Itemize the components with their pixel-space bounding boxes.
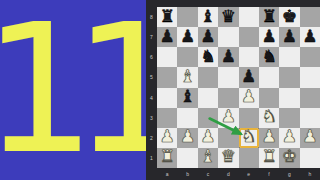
square-c7[interactable]: ♟ [198,27,218,47]
piece-black-pawn-d6[interactable]: ♟ [221,48,236,65]
piece-black-rook-a8[interactable]: ♜ [160,8,175,25]
square-b3[interactable] [177,108,197,128]
file-labels: abcdefgh [157,168,320,180]
square-e1[interactable] [239,148,259,168]
square-g1[interactable]: ♚ [279,148,299,168]
square-h2[interactable]: ♟ [300,128,320,148]
square-g7[interactable]: ♟ [279,27,299,47]
square-h6[interactable] [300,47,320,67]
square-d3[interactable]: ♟ [218,108,238,128]
video-frame: 11 87654321 abcdefgh ♜♝♛♜♚♟♟♟♟♟♟♞♟♞♝♟♝♟♟… [0,0,320,180]
square-g2[interactable]: ♟ [279,128,299,148]
square-f4[interactable] [259,88,279,108]
piece-black-bishop-b4[interactable]: ♝ [180,88,195,105]
square-e5[interactable]: ♟ [239,67,259,87]
rank-label-5: 5 [146,67,157,87]
square-h3[interactable] [300,108,320,128]
piece-black-queen-d8[interactable]: ♛ [221,8,236,25]
square-e3[interactable] [239,108,259,128]
file-label-d: d [218,168,238,180]
piece-white-rook-a1[interactable]: ♜ [160,148,175,165]
piece-white-knight-f3[interactable]: ♞ [261,108,276,125]
square-g5[interactable] [279,67,299,87]
square-c6[interactable]: ♞ [198,47,218,67]
square-b5[interactable]: ♝ [177,67,197,87]
square-d2[interactable] [218,128,238,148]
rank-label-7: 7 [146,27,157,47]
square-b2[interactable]: ♟ [177,128,197,148]
square-b8[interactable] [177,7,197,27]
rank-label-8: 8 [146,7,157,27]
square-a1[interactable]: ♜ [157,148,177,168]
piece-white-knight-e2[interactable]: ♞ [241,128,256,145]
square-g3[interactable] [279,108,299,128]
square-e7[interactable] [239,27,259,47]
piece-black-rook-f8[interactable]: ♜ [261,8,276,25]
piece-black-bishop-c8[interactable]: ♝ [200,8,215,25]
square-f6[interactable]: ♞ [259,47,279,67]
chess-board-frame: 87654321 abcdefgh ♜♝♛♜♚♟♟♟♟♟♟♞♟♞♝♟♝♟♟♞♟♟… [146,0,320,180]
rank-label-2: 2 [146,128,157,148]
rank-label-4: 4 [146,88,157,108]
rank-label-6: 6 [146,47,157,67]
square-c1[interactable]: ♝ [198,148,218,168]
square-c4[interactable] [198,88,218,108]
square-f2[interactable]: ♟ [259,128,279,148]
square-e6[interactable] [239,47,259,67]
piece-black-pawn-g7[interactable]: ♟ [282,28,297,45]
piece-black-pawn-c7[interactable]: ♟ [200,28,215,45]
square-e8[interactable] [239,7,259,27]
piece-black-pawn-e5[interactable]: ♟ [241,68,256,85]
piece-white-pawn-g2[interactable]: ♟ [282,128,297,145]
square-g6[interactable] [279,47,299,67]
square-a2[interactable]: ♟ [157,128,177,148]
square-a6[interactable] [157,47,177,67]
piece-white-queen-d1[interactable]: ♛ [221,148,236,165]
piece-black-knight-f6[interactable]: ♞ [261,48,276,65]
piece-black-pawn-h7[interactable]: ♟ [302,28,317,45]
piece-black-king-g8[interactable]: ♚ [282,8,297,25]
rank-labels: 87654321 [146,7,157,168]
piece-white-rook-f1[interactable]: ♜ [261,148,276,165]
piece-white-pawn-d3[interactable]: ♟ [221,108,236,125]
square-a7[interactable]: ♟ [157,27,177,47]
rank-label-3: 3 [146,108,157,128]
square-h1[interactable] [300,148,320,168]
square-d6[interactable]: ♟ [218,47,238,67]
square-h7[interactable]: ♟ [300,27,320,47]
square-b7[interactable]: ♟ [177,27,197,47]
piece-black-pawn-f7[interactable]: ♟ [261,28,276,45]
file-label-e: e [239,168,259,180]
square-c2[interactable]: ♟ [198,128,218,148]
square-e2[interactable]: ♞ [239,128,259,148]
square-c8[interactable]: ♝ [198,7,218,27]
square-d7[interactable] [218,27,238,47]
square-e4[interactable]: ♟ [239,88,259,108]
piece-black-pawn-b7[interactable]: ♟ [180,28,195,45]
file-label-f: f [259,168,279,180]
file-label-c: c [198,168,218,180]
square-d4[interactable] [218,88,238,108]
piece-white-bishop-c1[interactable]: ♝ [200,148,215,165]
piece-white-pawn-a2[interactable]: ♟ [160,128,175,145]
square-g4[interactable] [279,88,299,108]
file-label-a: a [157,168,177,180]
piece-white-pawn-f2[interactable]: ♟ [261,128,276,145]
piece-white-pawn-e4[interactable]: ♟ [241,88,256,105]
square-c5[interactable] [198,67,218,87]
square-b4[interactable]: ♝ [177,88,197,108]
square-h8[interactable] [300,7,320,27]
square-a5[interactable] [157,67,177,87]
move-number-overlay: 11 [0,0,164,180]
square-f3[interactable]: ♞ [259,108,279,128]
square-h4[interactable] [300,88,320,108]
piece-black-knight-c6[interactable]: ♞ [200,48,215,65]
square-d1[interactable]: ♛ [218,148,238,168]
square-d8[interactable]: ♛ [218,7,238,27]
piece-white-pawn-c2[interactable]: ♟ [200,128,215,145]
piece-white-bishop-b5[interactable]: ♝ [180,68,195,85]
square-b6[interactable] [177,47,197,67]
square-f8[interactable]: ♜ [259,7,279,27]
piece-white-pawn-b2[interactable]: ♟ [180,128,195,145]
square-a3[interactable] [157,108,177,128]
piece-black-pawn-a7[interactable]: ♟ [160,28,175,45]
file-label-h: h [300,168,320,180]
square-f5[interactable] [259,67,279,87]
square-d5[interactable] [218,67,238,87]
square-f1[interactable]: ♜ [259,148,279,168]
square-c3[interactable] [198,108,218,128]
rank-label-1: 1 [146,148,157,168]
square-h5[interactable] [300,67,320,87]
square-a4[interactable] [157,88,177,108]
piece-white-pawn-h2[interactable]: ♟ [302,128,317,145]
square-b1[interactable] [177,148,197,168]
file-label-g: g [279,168,299,180]
square-f7[interactable]: ♟ [259,27,279,47]
piece-white-king-g1[interactable]: ♚ [282,148,297,165]
square-g8[interactable]: ♚ [279,7,299,27]
chess-board[interactable]: ♜♝♛♜♚♟♟♟♟♟♟♞♟♞♝♟♝♟♟♞♟♟♟♞♟♟♟♜♝♛♜♚ [157,7,320,168]
square-a8[interactable]: ♜ [157,7,177,27]
file-label-b: b [177,168,197,180]
